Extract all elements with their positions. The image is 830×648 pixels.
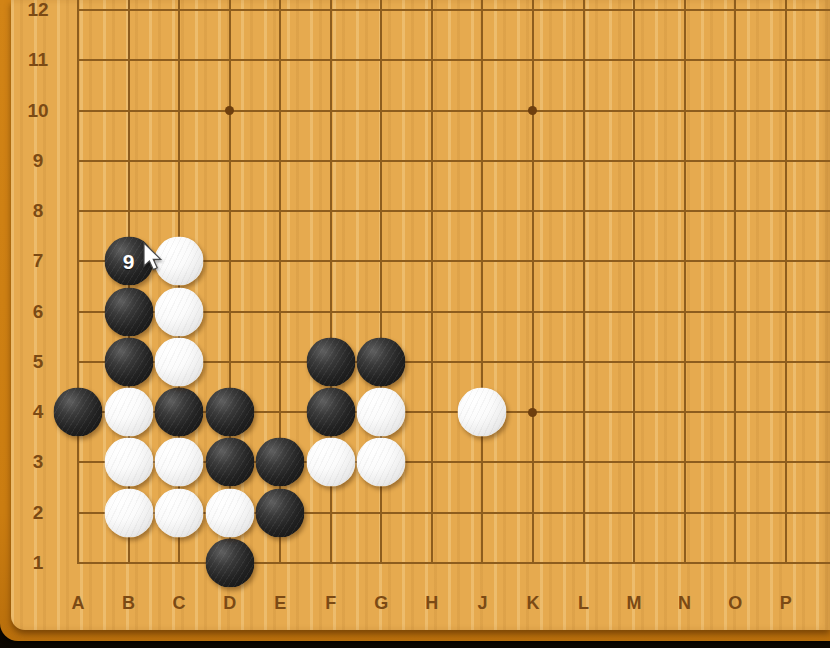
row-label-8: 8 — [33, 200, 44, 222]
grid-vline-L — [583, 0, 585, 564]
black-stone-D1[interactable] — [205, 539, 254, 588]
grid-vline-N — [684, 0, 686, 564]
white-stone-C5[interactable] — [155, 337, 204, 386]
row-label-2: 2 — [33, 502, 44, 524]
grid-vline-J — [481, 0, 483, 564]
white-stone-J4[interactable] — [458, 388, 507, 437]
col-label-G: G — [374, 593, 388, 614]
white-stone-B2[interactable] — [104, 488, 153, 537]
move-number-label: 9 — [123, 251, 135, 272]
row-label-5: 5 — [33, 351, 44, 373]
col-label-C: C — [173, 593, 186, 614]
col-label-B: B — [122, 593, 135, 614]
row-label-1: 1 — [33, 552, 44, 574]
col-label-O: O — [728, 593, 742, 614]
row-label-3: 3 — [33, 451, 44, 473]
black-stone-A4[interactable] — [54, 388, 103, 437]
grid-hline-8 — [77, 210, 830, 212]
star-point-D10 — [225, 106, 234, 115]
grid-hline-1 — [77, 562, 830, 564]
row-label-6: 6 — [33, 301, 44, 323]
grid-hline-12 — [77, 9, 830, 11]
col-label-P: P — [780, 593, 792, 614]
star-point-K4 — [528, 408, 537, 417]
black-stone-G5[interactable] — [357, 337, 406, 386]
grid-vline-O — [734, 0, 736, 564]
white-stone-F3[interactable] — [306, 438, 355, 487]
white-stone-B3[interactable] — [104, 438, 153, 487]
black-stone-D3[interactable] — [205, 438, 254, 487]
white-stone-C3[interactable] — [155, 438, 204, 487]
white-stone-C7[interactable] — [155, 237, 204, 286]
grid-vline-P — [785, 0, 787, 564]
col-label-J: J — [477, 593, 487, 614]
black-stone-B5[interactable] — [104, 337, 153, 386]
row-label-10: 10 — [27, 100, 48, 122]
col-label-D: D — [223, 593, 236, 614]
white-stone-C2[interactable] — [155, 488, 204, 537]
col-label-F: F — [325, 593, 336, 614]
go-app-screenshot: 121110987654321ABCDEFGHJKLMNOP 9 — [0, 0, 830, 648]
grid-vline-K — [532, 0, 534, 564]
row-label-7: 7 — [33, 250, 44, 272]
col-label-L: L — [578, 593, 589, 614]
col-label-M: M — [627, 593, 642, 614]
row-label-12: 12 — [27, 0, 48, 21]
black-stone-F5[interactable] — [306, 337, 355, 386]
col-label-E: E — [274, 593, 286, 614]
col-label-K: K — [526, 593, 539, 614]
black-stone-D4[interactable] — [205, 388, 254, 437]
row-label-11: 11 — [28, 49, 48, 71]
row-label-9: 9 — [33, 150, 44, 172]
col-label-A: A — [72, 593, 85, 614]
black-stone-E2[interactable] — [256, 488, 305, 537]
white-stone-G3[interactable] — [357, 438, 406, 487]
row-label-4: 4 — [33, 401, 44, 423]
grid-hline-9 — [77, 160, 830, 162]
white-stone-D2[interactable] — [205, 488, 254, 537]
grid-vline-A — [77, 0, 79, 564]
white-stone-B4[interactable] — [104, 388, 153, 437]
grid-hline-11 — [77, 59, 830, 61]
go-board[interactable]: 121110987654321ABCDEFGHJKLMNOP 9 — [11, 0, 830, 630]
col-label-H: H — [425, 593, 438, 614]
white-stone-G4[interactable] — [357, 388, 406, 437]
black-stone-C4[interactable] — [155, 388, 204, 437]
grid-vline-M — [633, 0, 635, 564]
grid-hline-10 — [77, 110, 830, 112]
star-point-K10 — [528, 106, 537, 115]
black-stone-B6[interactable] — [104, 287, 153, 336]
black-stone-F4[interactable] — [306, 388, 355, 437]
col-label-N: N — [678, 593, 691, 614]
black-stone-E3[interactable] — [256, 438, 305, 487]
white-stone-C6[interactable] — [155, 287, 204, 336]
black-stone-B7[interactable]: 9 — [104, 237, 153, 286]
grid-vline-H — [431, 0, 433, 564]
